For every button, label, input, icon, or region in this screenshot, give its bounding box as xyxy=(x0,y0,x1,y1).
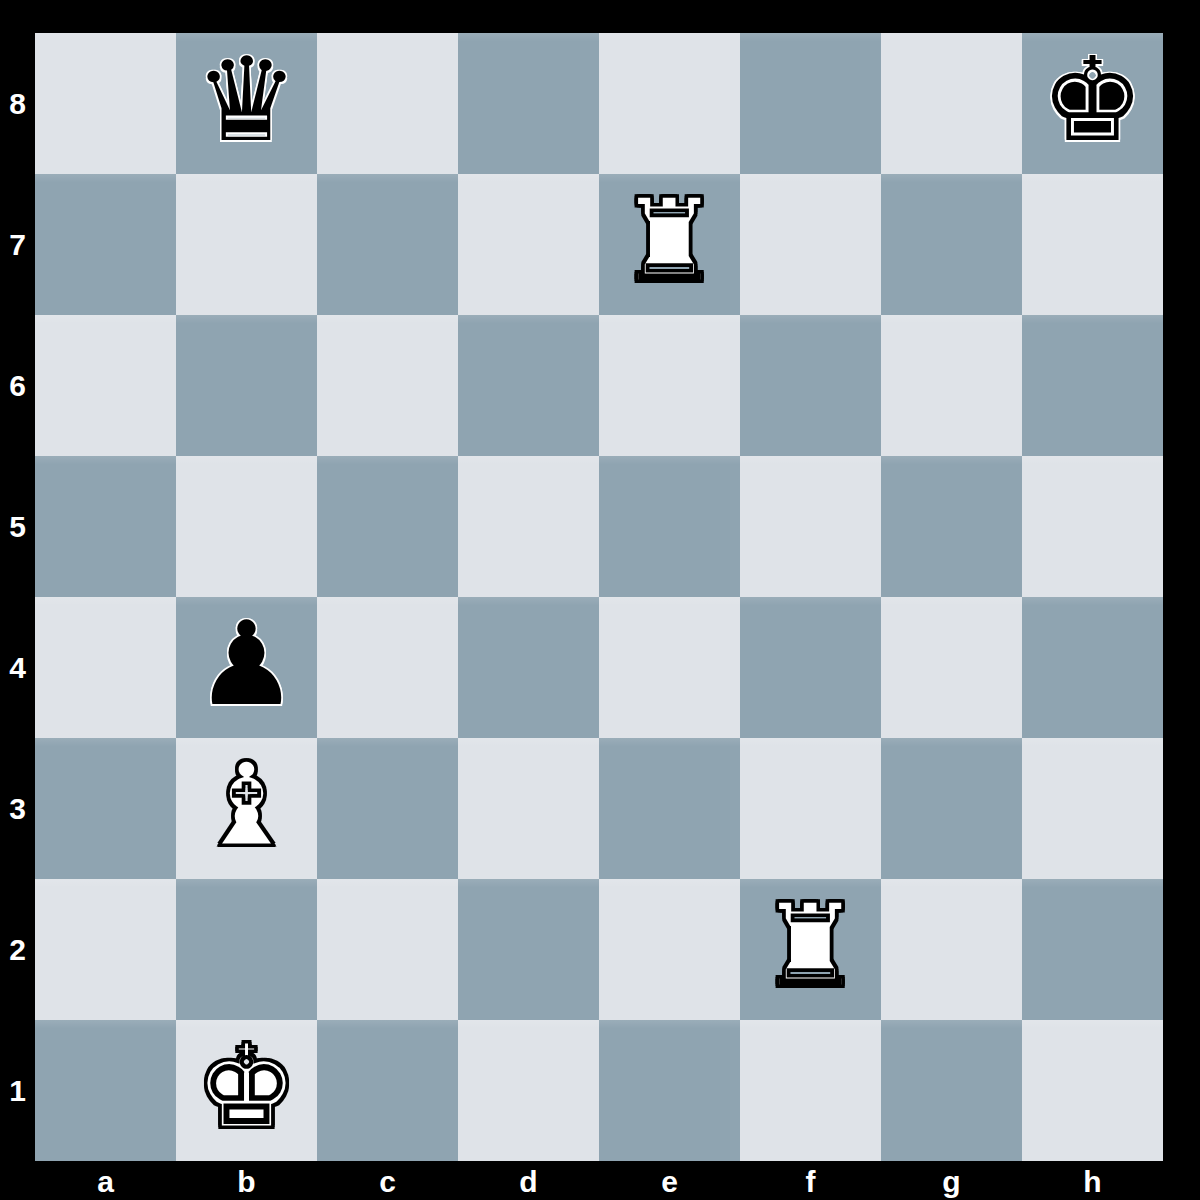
square-c3[interactable] xyxy=(317,738,458,879)
piece-black-pawn[interactable]: ♟ xyxy=(195,593,299,734)
square-c5[interactable] xyxy=(317,456,458,597)
square-b8[interactable]: ♛ xyxy=(176,33,317,174)
square-f8[interactable] xyxy=(740,33,881,174)
file-label-g: g xyxy=(881,1161,1022,1200)
square-a2[interactable] xyxy=(35,879,176,1020)
square-b1[interactable]: ♚ xyxy=(176,1020,317,1161)
square-a5[interactable] xyxy=(35,456,176,597)
square-d3[interactable] xyxy=(458,738,599,879)
rank-label-5: 5 xyxy=(0,456,35,597)
square-b6[interactable] xyxy=(176,315,317,456)
square-e5[interactable] xyxy=(599,456,740,597)
square-f1[interactable] xyxy=(740,1020,881,1161)
square-e7[interactable]: ♜ xyxy=(599,174,740,315)
file-labels: abcdefgh xyxy=(35,1161,1163,1200)
square-h1[interactable] xyxy=(1022,1020,1163,1161)
piece-white-rook[interactable]: ♜ xyxy=(618,170,722,311)
square-d2[interactable] xyxy=(458,879,599,1020)
piece-white-rook[interactable]: ♜ xyxy=(759,875,863,1016)
chess-board-frame: 87654321 ♛♚♜♟♝♜♚ abcdefgh xyxy=(0,0,1200,1200)
square-g7[interactable] xyxy=(881,174,1022,315)
square-f3[interactable] xyxy=(740,738,881,879)
square-g5[interactable] xyxy=(881,456,1022,597)
square-c2[interactable] xyxy=(317,879,458,1020)
rank-label-6: 6 xyxy=(0,315,35,456)
piece-white-king[interactable]: ♚ xyxy=(195,1016,299,1157)
square-b4[interactable]: ♟ xyxy=(176,597,317,738)
square-f7[interactable] xyxy=(740,174,881,315)
square-a6[interactable] xyxy=(35,315,176,456)
square-d6[interactable] xyxy=(458,315,599,456)
square-e4[interactable] xyxy=(599,597,740,738)
chess-board: ♛♚♜♟♝♜♚ xyxy=(35,33,1163,1161)
square-f6[interactable] xyxy=(740,315,881,456)
piece-white-bishop[interactable]: ♝ xyxy=(195,734,299,875)
file-label-c: c xyxy=(317,1161,458,1200)
square-c1[interactable] xyxy=(317,1020,458,1161)
square-d8[interactable] xyxy=(458,33,599,174)
square-d7[interactable] xyxy=(458,174,599,315)
rank-label-2: 2 xyxy=(0,879,35,1020)
square-g8[interactable] xyxy=(881,33,1022,174)
square-h8[interactable]: ♚ xyxy=(1022,33,1163,174)
square-h7[interactable] xyxy=(1022,174,1163,315)
piece-black-king[interactable]: ♚ xyxy=(1041,29,1145,170)
square-h6[interactable] xyxy=(1022,315,1163,456)
file-label-h: h xyxy=(1022,1161,1163,1200)
square-e8[interactable] xyxy=(599,33,740,174)
square-e6[interactable] xyxy=(599,315,740,456)
square-g3[interactable] xyxy=(881,738,1022,879)
square-g4[interactable] xyxy=(881,597,1022,738)
file-label-f: f xyxy=(740,1161,881,1200)
square-d1[interactable] xyxy=(458,1020,599,1161)
square-h4[interactable] xyxy=(1022,597,1163,738)
square-a4[interactable] xyxy=(35,597,176,738)
square-g6[interactable] xyxy=(881,315,1022,456)
square-d5[interactable] xyxy=(458,456,599,597)
square-a3[interactable] xyxy=(35,738,176,879)
square-b7[interactable] xyxy=(176,174,317,315)
square-a8[interactable] xyxy=(35,33,176,174)
rank-label-8: 8 xyxy=(0,33,35,174)
square-e3[interactable] xyxy=(599,738,740,879)
square-g1[interactable] xyxy=(881,1020,1022,1161)
square-h2[interactable] xyxy=(1022,879,1163,1020)
file-label-d: d xyxy=(458,1161,599,1200)
piece-black-queen[interactable]: ♛ xyxy=(195,29,299,170)
square-e2[interactable] xyxy=(599,879,740,1020)
square-b5[interactable] xyxy=(176,456,317,597)
square-e1[interactable] xyxy=(599,1020,740,1161)
square-b2[interactable] xyxy=(176,879,317,1020)
file-label-a: a xyxy=(35,1161,176,1200)
square-h3[interactable] xyxy=(1022,738,1163,879)
file-label-e: e xyxy=(599,1161,740,1200)
square-c4[interactable] xyxy=(317,597,458,738)
square-a1[interactable] xyxy=(35,1020,176,1161)
square-h5[interactable] xyxy=(1022,456,1163,597)
square-a7[interactable] xyxy=(35,174,176,315)
square-f5[interactable] xyxy=(740,456,881,597)
square-d4[interactable] xyxy=(458,597,599,738)
square-g2[interactable] xyxy=(881,879,1022,1020)
rank-label-1: 1 xyxy=(0,1020,35,1161)
square-c7[interactable] xyxy=(317,174,458,315)
rank-label-3: 3 xyxy=(0,738,35,879)
rank-label-7: 7 xyxy=(0,174,35,315)
square-b3[interactable]: ♝ xyxy=(176,738,317,879)
rank-labels: 87654321 xyxy=(0,33,35,1161)
file-label-b: b xyxy=(176,1161,317,1200)
square-f2[interactable]: ♜ xyxy=(740,879,881,1020)
square-c6[interactable] xyxy=(317,315,458,456)
rank-label-4: 4 xyxy=(0,597,35,738)
square-f4[interactable] xyxy=(740,597,881,738)
square-c8[interactable] xyxy=(317,33,458,174)
